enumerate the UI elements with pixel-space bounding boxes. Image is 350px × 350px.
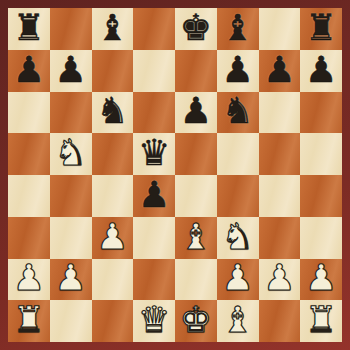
square-a6[interactable]: [8, 92, 50, 134]
square-d7[interactable]: [133, 50, 175, 92]
square-d1[interactable]: ♛: [133, 300, 175, 342]
square-c3[interactable]: ♟: [92, 217, 134, 259]
square-c5[interactable]: [92, 133, 134, 175]
square-a7[interactable]: ♟: [8, 50, 50, 92]
white-king: ♚: [180, 302, 212, 338]
square-g5[interactable]: [259, 133, 301, 175]
square-c1[interactable]: [92, 300, 134, 342]
black-pawn: ♟: [180, 93, 212, 129]
white-pawn: ♟: [96, 219, 128, 255]
square-d2[interactable]: [133, 259, 175, 301]
square-h2[interactable]: ♟: [300, 259, 342, 301]
square-c2[interactable]: [92, 259, 134, 301]
square-f2[interactable]: ♟: [217, 259, 259, 301]
square-d8[interactable]: [133, 8, 175, 50]
square-g4[interactable]: [259, 175, 301, 217]
square-f4[interactable]: [217, 175, 259, 217]
square-f5[interactable]: [217, 133, 259, 175]
square-h1[interactable]: ♜: [300, 300, 342, 342]
black-pawn: ♟: [138, 177, 170, 213]
square-f6[interactable]: ♞: [217, 92, 259, 134]
black-queen: ♛: [138, 135, 170, 171]
white-pawn: ♟: [13, 260, 45, 296]
white-bishop: ♝: [180, 219, 212, 255]
square-c4[interactable]: [92, 175, 134, 217]
black-pawn: ♟: [305, 52, 337, 88]
square-e6[interactable]: ♟: [175, 92, 217, 134]
black-bishop: ♝: [221, 10, 253, 46]
white-rook: ♜: [13, 302, 45, 338]
square-g2[interactable]: ♟: [259, 259, 301, 301]
square-h3[interactable]: [300, 217, 342, 259]
square-h6[interactable]: [300, 92, 342, 134]
black-knight: ♞: [96, 93, 128, 129]
white-queen: ♛: [138, 302, 170, 338]
square-f3[interactable]: ♞: [217, 217, 259, 259]
square-d4[interactable]: ♟: [133, 175, 175, 217]
square-f7[interactable]: ♟: [217, 50, 259, 92]
square-e4[interactable]: [175, 175, 217, 217]
black-pawn: ♟: [54, 52, 86, 88]
square-e1[interactable]: ♚: [175, 300, 217, 342]
square-b3[interactable]: [50, 217, 92, 259]
square-a1[interactable]: ♜: [8, 300, 50, 342]
square-e8[interactable]: ♚: [175, 8, 217, 50]
square-a2[interactable]: ♟: [8, 259, 50, 301]
square-g8[interactable]: [259, 8, 301, 50]
square-a5[interactable]: [8, 133, 50, 175]
square-b2[interactable]: ♟: [50, 259, 92, 301]
square-a4[interactable]: [8, 175, 50, 217]
white-knight: ♞: [221, 219, 253, 255]
white-bishop: ♝: [221, 302, 253, 338]
white-pawn: ♟: [305, 260, 337, 296]
square-c7[interactable]: [92, 50, 134, 92]
square-b6[interactable]: [50, 92, 92, 134]
square-e7[interactable]: [175, 50, 217, 92]
square-e3[interactable]: ♝: [175, 217, 217, 259]
board-frame: ♜♝♚♝♜♟♟♟♟♟♞♟♞♞♛♟♟♝♞♟♟♟♟♟♜♛♚♝♜: [0, 0, 350, 350]
square-h5[interactable]: [300, 133, 342, 175]
square-c6[interactable]: ♞: [92, 92, 134, 134]
black-pawn: ♟: [263, 52, 295, 88]
white-pawn: ♟: [54, 260, 86, 296]
black-rook: ♜: [13, 10, 45, 46]
black-king: ♚: [180, 10, 212, 46]
square-f8[interactable]: ♝: [217, 8, 259, 50]
white-pawn: ♟: [263, 260, 295, 296]
black-knight: ♞: [221, 93, 253, 129]
square-b5[interactable]: ♞: [50, 133, 92, 175]
square-h7[interactable]: ♟: [300, 50, 342, 92]
square-c8[interactable]: ♝: [92, 8, 134, 50]
square-e5[interactable]: [175, 133, 217, 175]
square-d6[interactable]: [133, 92, 175, 134]
square-b8[interactable]: [50, 8, 92, 50]
white-pawn: ♟: [221, 260, 253, 296]
square-g6[interactable]: [259, 92, 301, 134]
square-b7[interactable]: ♟: [50, 50, 92, 92]
square-b4[interactable]: [50, 175, 92, 217]
square-g1[interactable]: [259, 300, 301, 342]
square-f1[interactable]: ♝: [217, 300, 259, 342]
square-h4[interactable]: [300, 175, 342, 217]
black-bishop: ♝: [96, 10, 128, 46]
square-a3[interactable]: [8, 217, 50, 259]
square-h8[interactable]: ♜: [300, 8, 342, 50]
square-d5[interactable]: ♛: [133, 133, 175, 175]
black-pawn: ♟: [221, 52, 253, 88]
square-a8[interactable]: ♜: [8, 8, 50, 50]
square-d3[interactable]: [133, 217, 175, 259]
white-rook: ♜: [305, 302, 337, 338]
square-g3[interactable]: [259, 217, 301, 259]
black-pawn: ♟: [13, 52, 45, 88]
square-e2[interactable]: [175, 259, 217, 301]
square-g7[interactable]: ♟: [259, 50, 301, 92]
black-rook: ♜: [305, 10, 337, 46]
square-b1[interactable]: [50, 300, 92, 342]
chess-board: ♜♝♚♝♜♟♟♟♟♟♞♟♞♞♛♟♟♝♞♟♟♟♟♟♜♛♚♝♜: [8, 8, 342, 342]
white-knight: ♞: [54, 135, 86, 171]
